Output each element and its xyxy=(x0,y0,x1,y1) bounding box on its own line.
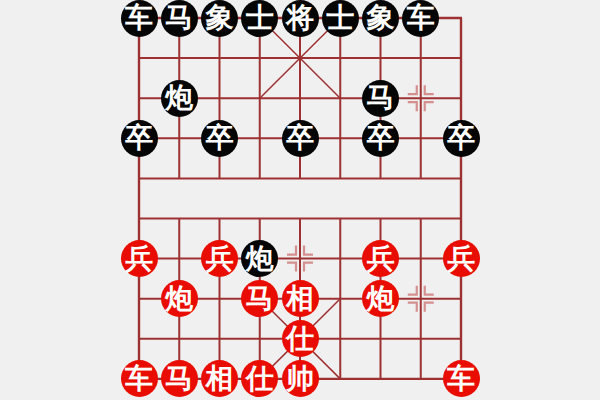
board-grid: 车马象士将士象车炮马卒卒卒卒卒兵兵炮兵兵炮马相炮仕车马相仕帅车 xyxy=(119,0,481,399)
piece-black-soldier[interactable]: 卒 xyxy=(282,120,319,157)
piece-black-chariot[interactable]: 车 xyxy=(402,0,439,37)
xiangqi-diagram: 车马象士将士象车炮马卒卒卒卒卒兵兵炮兵兵炮马相炮仕车马相仕帅车 xyxy=(0,0,600,400)
piece-red-soldier[interactable]: 兵 xyxy=(121,240,158,277)
piece-red-cannon[interactable]: 炮 xyxy=(161,280,198,317)
piece-red-elephant[interactable]: 相 xyxy=(282,280,319,317)
piece-red-soldier[interactable]: 兵 xyxy=(201,240,238,277)
piece-red-chariot[interactable]: 车 xyxy=(443,360,480,397)
piece-black-elephant[interactable]: 象 xyxy=(362,0,399,37)
piece-black-elephant[interactable]: 象 xyxy=(201,0,238,37)
piece-red-elephant[interactable]: 相 xyxy=(201,360,238,397)
piece-red-horse[interactable]: 马 xyxy=(161,360,198,397)
piece-black-general[interactable]: 将 xyxy=(282,0,319,37)
piece-black-cannon[interactable]: 炮 xyxy=(161,80,198,117)
piece-red-cannon[interactable]: 炮 xyxy=(362,280,399,317)
piece-red-advisor[interactable]: 仕 xyxy=(241,360,278,397)
piece-black-horse[interactable]: 马 xyxy=(362,80,399,117)
piece-black-advisor[interactable]: 士 xyxy=(241,0,278,37)
piece-red-soldier[interactable]: 兵 xyxy=(362,240,399,277)
piece-red-chariot[interactable]: 车 xyxy=(121,360,158,397)
piece-black-cannon[interactable]: 炮 xyxy=(241,240,278,277)
piece-black-horse[interactable]: 马 xyxy=(161,0,198,37)
piece-black-advisor[interactable]: 士 xyxy=(322,0,359,37)
piece-red-horse[interactable]: 马 xyxy=(241,280,278,317)
piece-black-chariot[interactable]: 车 xyxy=(121,0,158,37)
piece-red-soldier[interactable]: 兵 xyxy=(443,240,480,277)
piece-red-general[interactable]: 帅 xyxy=(282,360,319,397)
piece-black-soldier[interactable]: 卒 xyxy=(201,120,238,157)
piece-red-advisor[interactable]: 仕 xyxy=(282,320,319,357)
piece-black-soldier[interactable]: 卒 xyxy=(443,120,480,157)
piece-black-soldier[interactable]: 卒 xyxy=(362,120,399,157)
piece-black-soldier[interactable]: 卒 xyxy=(121,120,158,157)
